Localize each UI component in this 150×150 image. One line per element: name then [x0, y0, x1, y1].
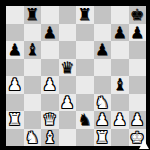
piece-black-king[interactable]: ♚ [130, 6, 144, 24]
square-e4[interactable] [76, 76, 94, 94]
square-g8[interactable] [111, 6, 129, 24]
square-d4[interactable] [59, 76, 77, 94]
square-h3[interactable] [129, 94, 147, 112]
square-h2[interactable]: ♟ [129, 111, 147, 129]
piece-black-bishop[interactable]: ♝ [25, 41, 39, 59]
square-a3[interactable] [6, 94, 24, 112]
square-b8[interactable]: ♜ [24, 6, 42, 24]
square-f7[interactable] [94, 24, 112, 42]
square-d3[interactable]: ♟ [59, 94, 77, 112]
square-g3[interactable] [111, 94, 129, 112]
square-h4[interactable] [129, 76, 147, 94]
square-h7[interactable]: ♟ [129, 24, 147, 42]
square-b7[interactable] [24, 24, 42, 42]
square-b2[interactable] [24, 111, 42, 129]
square-d7[interactable] [59, 24, 77, 42]
square-c4[interactable]: ♟ [41, 76, 59, 94]
square-e5[interactable] [76, 59, 94, 77]
piece-white-pawn[interactable]: ♟ [113, 111, 127, 129]
square-h8[interactable]: ♚ [129, 6, 147, 24]
piece-white-knight[interactable]: ♞ [25, 129, 39, 147]
piece-black-pawn[interactable]: ♟ [95, 41, 109, 59]
square-f4[interactable] [94, 76, 112, 94]
square-a5[interactable] [6, 59, 24, 77]
square-h6[interactable] [129, 41, 147, 59]
square-d6[interactable] [59, 41, 77, 59]
piece-black-pawn[interactable]: ♟ [113, 24, 127, 42]
piece-white-rook[interactable]: ♜ [95, 129, 109, 147]
square-e6[interactable] [76, 41, 94, 59]
piece-white-bishop[interactable]: ♝ [43, 129, 57, 147]
piece-white-knight[interactable]: ♞ [95, 94, 109, 112]
piece-black-pawn[interactable]: ♟ [130, 24, 144, 42]
square-g6[interactable] [111, 41, 129, 59]
square-c2[interactable]: ♛ [41, 111, 59, 129]
square-a7[interactable] [6, 24, 24, 42]
piece-black-pawn[interactable]: ♟ [43, 24, 57, 42]
square-g2[interactable]: ♟ [111, 111, 129, 129]
piece-black-pawn[interactable]: ♟ [8, 41, 22, 59]
square-e1[interactable] [76, 129, 94, 147]
piece-white-pawn[interactable]: ♟ [130, 111, 144, 129]
square-c3[interactable] [41, 94, 59, 112]
square-e8[interactable]: ♜ [76, 6, 94, 24]
square-e7[interactable] [76, 24, 94, 42]
square-g7[interactable]: ♟ [111, 24, 129, 42]
square-a1[interactable] [6, 129, 24, 147]
square-f2[interactable]: ♟ [94, 111, 112, 129]
piece-black-rook[interactable]: ♜ [78, 6, 92, 24]
square-c8[interactable] [41, 6, 59, 24]
piece-black-knight[interactable]: ♞ [78, 111, 92, 129]
piece-white-pawn[interactable]: ♟ [8, 76, 22, 94]
square-c1[interactable]: ♝ [41, 129, 59, 147]
chess-board[interactable]: ♜♜♚♟♟♟♟♝♟♛♟♟♝♟♞♜♛♞♟♟♟♞♝♜♚ [6, 6, 146, 146]
square-f3[interactable]: ♞ [94, 94, 112, 112]
square-g1[interactable] [111, 129, 129, 147]
square-a4[interactable]: ♟ [6, 76, 24, 94]
square-d5[interactable]: ♛ [59, 59, 77, 77]
square-d1[interactable] [59, 129, 77, 147]
piece-white-pawn[interactable]: ♟ [95, 111, 109, 129]
square-b6[interactable]: ♝ [24, 41, 42, 59]
square-f6[interactable]: ♟ [94, 41, 112, 59]
square-c6[interactable] [41, 41, 59, 59]
piece-white-rook[interactable]: ♜ [8, 111, 22, 129]
square-a2[interactable]: ♜ [6, 111, 24, 129]
square-g5[interactable] [111, 59, 129, 77]
white-to-move-indicator [139, 140, 149, 149]
square-a8[interactable] [6, 6, 24, 24]
square-h5[interactable] [129, 59, 147, 77]
square-a6[interactable]: ♟ [6, 41, 24, 59]
square-b3[interactable] [24, 94, 42, 112]
square-b4[interactable] [24, 76, 42, 94]
square-d2[interactable] [59, 111, 77, 129]
square-e2[interactable]: ♞ [76, 111, 94, 129]
square-c7[interactable]: ♟ [41, 24, 59, 42]
square-b1[interactable]: ♞ [24, 129, 42, 147]
piece-black-rook[interactable]: ♜ [25, 6, 39, 24]
square-f1[interactable]: ♜ [94, 129, 112, 147]
chess-app-window: ♜♜♚♟♟♟♟♝♟♛♟♟♝♟♞♜♛♞♟♟♟♞♝♜♚ [0, 0, 150, 150]
piece-black-bishop[interactable]: ♝ [113, 76, 127, 94]
square-e3[interactable] [76, 94, 94, 112]
square-c5[interactable] [41, 59, 59, 77]
square-f8[interactable] [94, 6, 112, 24]
square-d8[interactable] [59, 6, 77, 24]
square-b5[interactable] [24, 59, 42, 77]
piece-white-pawn[interactable]: ♟ [43, 76, 57, 94]
piece-black-queen[interactable]: ♛ [60, 59, 74, 77]
square-f5[interactable] [94, 59, 112, 77]
square-g4[interactable]: ♝ [111, 76, 129, 94]
piece-white-queen[interactable]: ♛ [43, 111, 57, 129]
piece-white-pawn[interactable]: ♟ [60, 94, 74, 112]
